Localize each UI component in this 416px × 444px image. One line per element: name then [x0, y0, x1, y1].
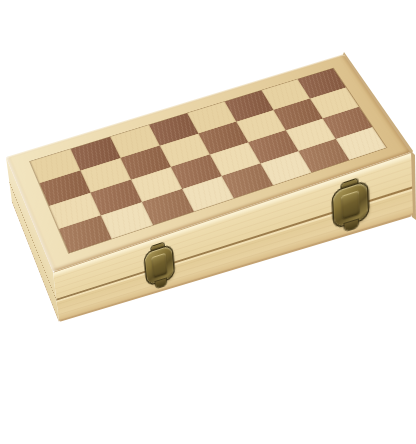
chess-box-photo — [0, 0, 416, 444]
left-clasp-hook — [155, 279, 166, 289]
right-clasp — [330, 175, 370, 236]
left-clasp — [142, 240, 176, 292]
left-clasp-tongue — [151, 253, 167, 278]
right-clasp-tongue — [341, 190, 360, 219]
left-clasp-ring — [145, 245, 175, 285]
